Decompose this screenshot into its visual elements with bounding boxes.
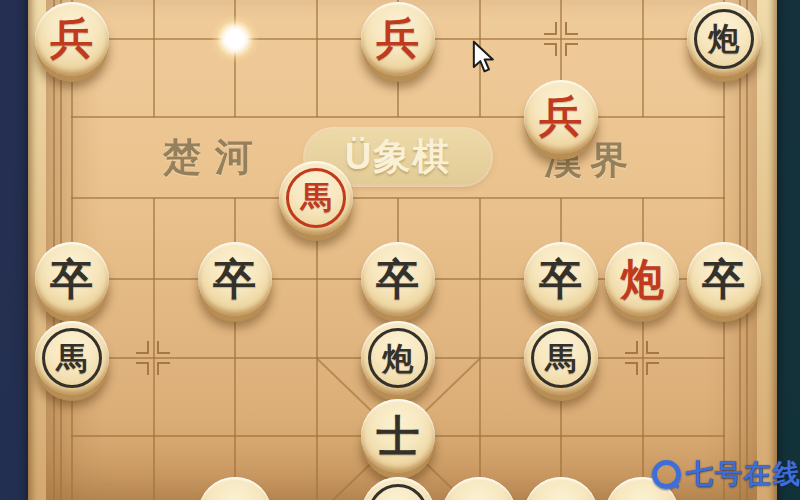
piece-black-soldier[interactable]: 卒 (35, 242, 109, 316)
mouse-cursor (472, 40, 499, 75)
piece-black-soldier[interactable]: 卒 (524, 242, 598, 316)
piece-red-horse[interactable]: 馬 (279, 161, 353, 235)
piece-character: 兵 (539, 95, 582, 138)
piece-character: 馬 (531, 328, 591, 388)
piece-partial-hidden[interactable] (361, 477, 435, 500)
piece-partial-hidden[interactable] (524, 477, 598, 500)
watermark: 七号在线 (652, 456, 800, 492)
piece-partial-hidden[interactable] (442, 477, 516, 500)
piece-character: 卒 (702, 258, 745, 301)
piece-character: 卒 (376, 258, 419, 301)
piece-partial-hidden[interactable] (198, 477, 272, 500)
point-marker (136, 341, 170, 375)
sparkle-effect (211, 15, 259, 63)
piece-character: 卒 (213, 258, 256, 301)
piece-character: 炮 (621, 258, 664, 301)
piece-red-soldier[interactable]: 兵 (361, 2, 435, 76)
piece-black-cannon[interactable]: 炮 (687, 2, 761, 76)
piece-black-soldier[interactable]: 卒 (198, 242, 272, 316)
piece-character: 卒 (50, 258, 93, 301)
piece-character: 兵 (50, 17, 93, 60)
piece-black-horse[interactable]: 馬 (524, 321, 598, 395)
watermark-text: 七号在线 (686, 456, 800, 492)
piece-black-soldier[interactable]: 卒 (687, 242, 761, 316)
piece-character: 士 (376, 415, 419, 458)
piece-red-soldier[interactable]: 兵 (524, 80, 598, 154)
piece-character: 馬 (42, 328, 102, 388)
piece-red-cannon[interactable]: 炮 (605, 242, 679, 316)
piece-black-soldier[interactable]: 卒 (361, 242, 435, 316)
point-marker (625, 341, 659, 375)
piece-black-horse[interactable]: 馬 (35, 321, 109, 395)
piece-character: 炮 (368, 328, 428, 388)
watermark-q-icon (652, 460, 681, 489)
piece-character: 卒 (539, 258, 582, 301)
piece-black-cannon[interactable]: 炮 (361, 321, 435, 395)
board-grid: 兵兵炮兵馬卒卒卒卒炮卒馬炮馬士 (31, 0, 765, 500)
piece-red-soldier[interactable]: 兵 (35, 2, 109, 76)
piece-black-advisor[interactable]: 士 (361, 399, 435, 473)
xiangqi-game-screen: 楚河 漢界 Ü象棋 兵兵炮兵馬卒卒卒卒炮卒馬炮馬士 七号在线 (0, 0, 800, 500)
piece-character: 兵 (376, 17, 419, 60)
piece-character: 炮 (694, 9, 754, 69)
piece-character: 馬 (286, 168, 346, 228)
point-marker (544, 22, 578, 56)
piece-character (368, 484, 428, 500)
